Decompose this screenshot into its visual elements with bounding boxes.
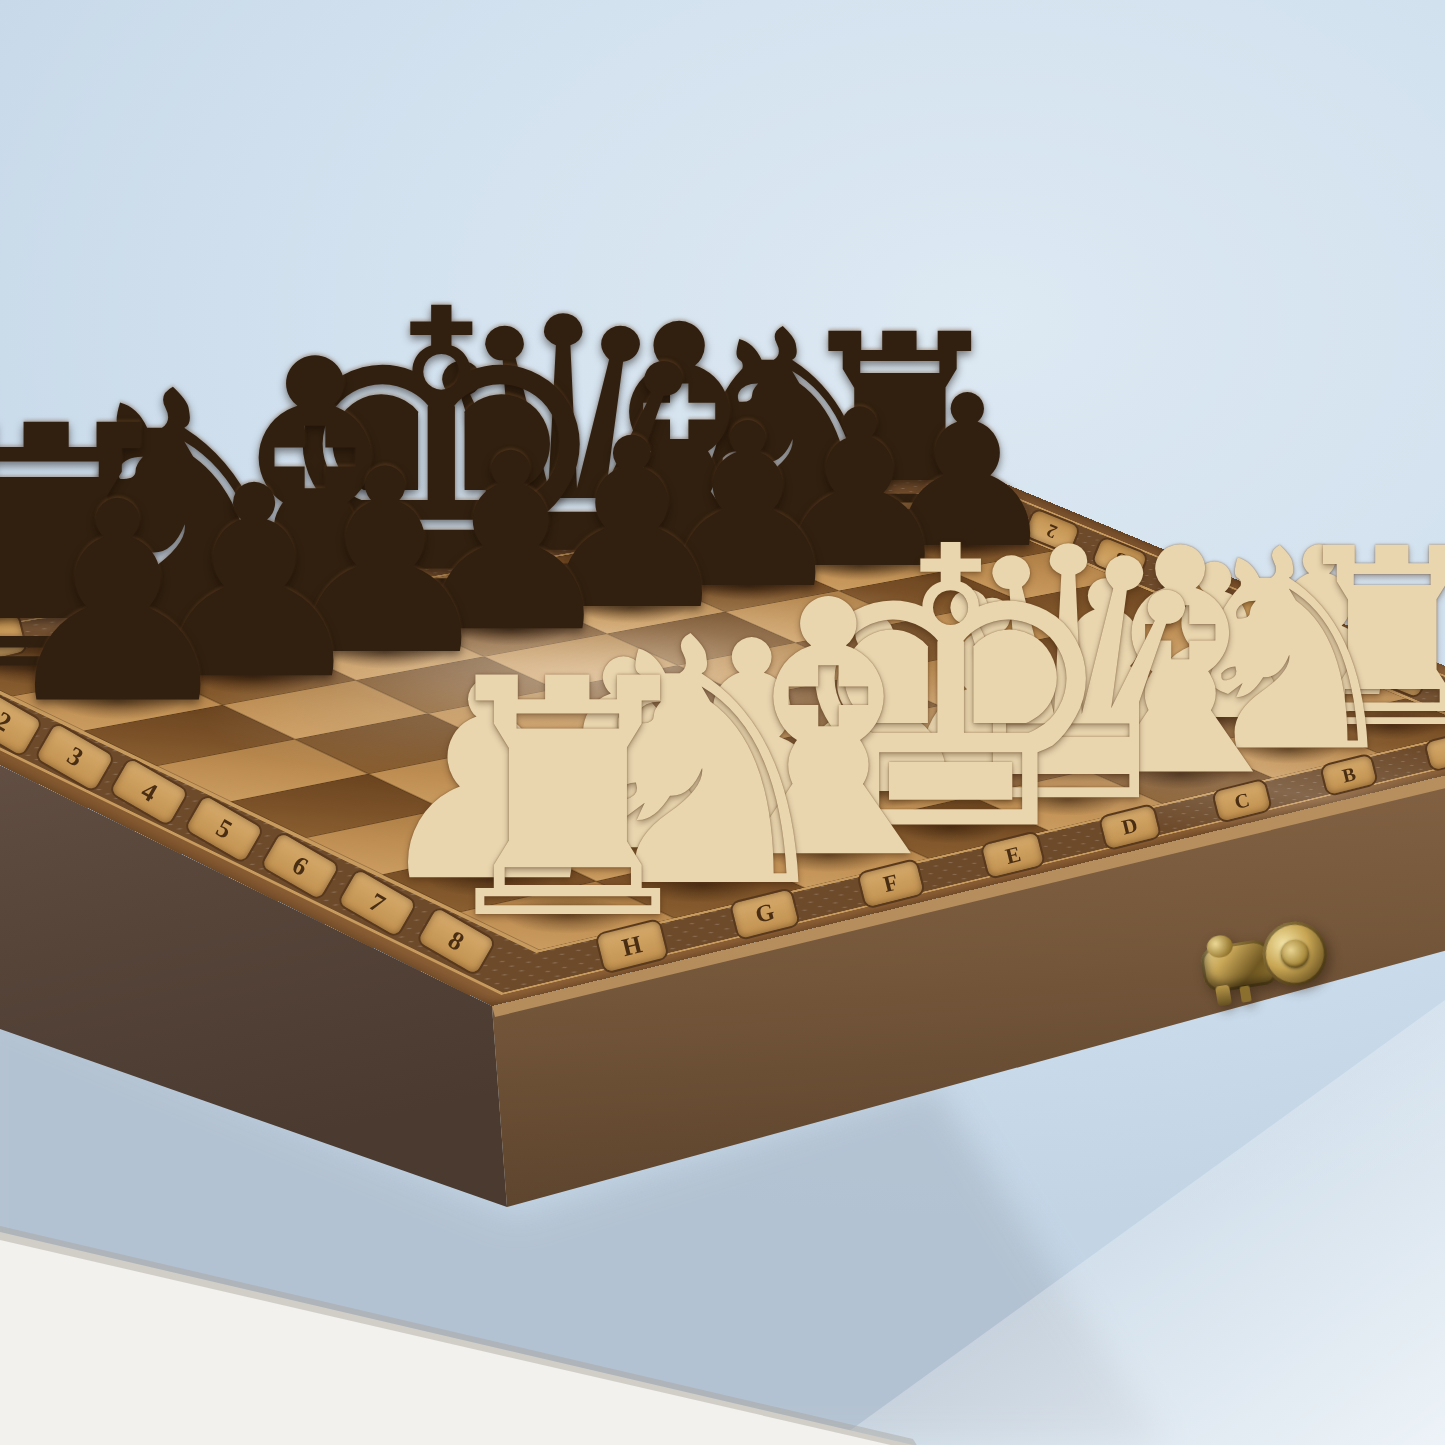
latch-button (1279, 938, 1311, 970)
product-photo-scene: HGFEDCBAHGFEDCBA8765432187654321♜♞♝♛♚♝♞♜… (0, 0, 1445, 1445)
